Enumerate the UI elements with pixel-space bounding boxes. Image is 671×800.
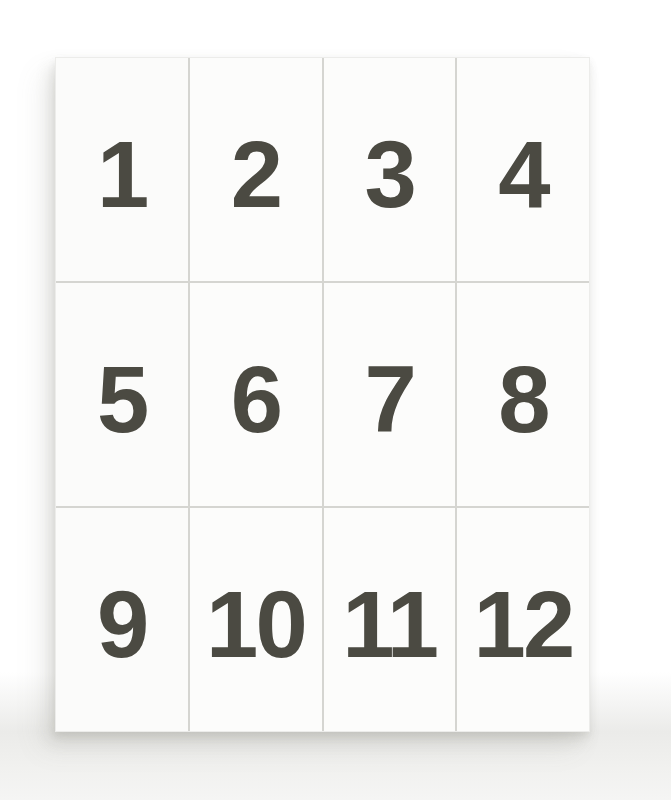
card-number: 12 xyxy=(473,578,572,672)
card-number: 4 xyxy=(498,128,548,222)
card-number: 2 xyxy=(231,128,281,222)
number-card-8[interactable]: 8 xyxy=(457,283,589,506)
card-number: 3 xyxy=(365,128,415,222)
card-number: 1 xyxy=(97,128,147,222)
number-card-5[interactable]: 5 xyxy=(56,283,188,506)
number-card-3[interactable]: 3 xyxy=(324,58,456,281)
card-number: 6 xyxy=(231,353,281,447)
number-card-12[interactable]: 12 xyxy=(457,508,589,731)
number-card-1[interactable]: 1 xyxy=(56,58,188,281)
number-card-10[interactable]: 10 xyxy=(190,508,322,731)
card-number: 9 xyxy=(97,578,147,672)
number-card-2[interactable]: 2 xyxy=(190,58,322,281)
card-number: 7 xyxy=(365,353,415,447)
card-number: 10 xyxy=(206,578,305,672)
number-card-11[interactable]: 11 xyxy=(324,508,456,731)
card-grid: 1 2 3 4 5 6 7 8 9 10 11 12 xyxy=(55,57,590,732)
number-card-4[interactable]: 4 xyxy=(457,58,589,281)
number-card-6[interactable]: 6 xyxy=(190,283,322,506)
card-number: 5 xyxy=(97,353,147,447)
card-number: 8 xyxy=(498,353,548,447)
number-card-9[interactable]: 9 xyxy=(56,508,188,731)
number-card-7[interactable]: 7 xyxy=(324,283,456,506)
card-number: 11 xyxy=(342,578,436,672)
